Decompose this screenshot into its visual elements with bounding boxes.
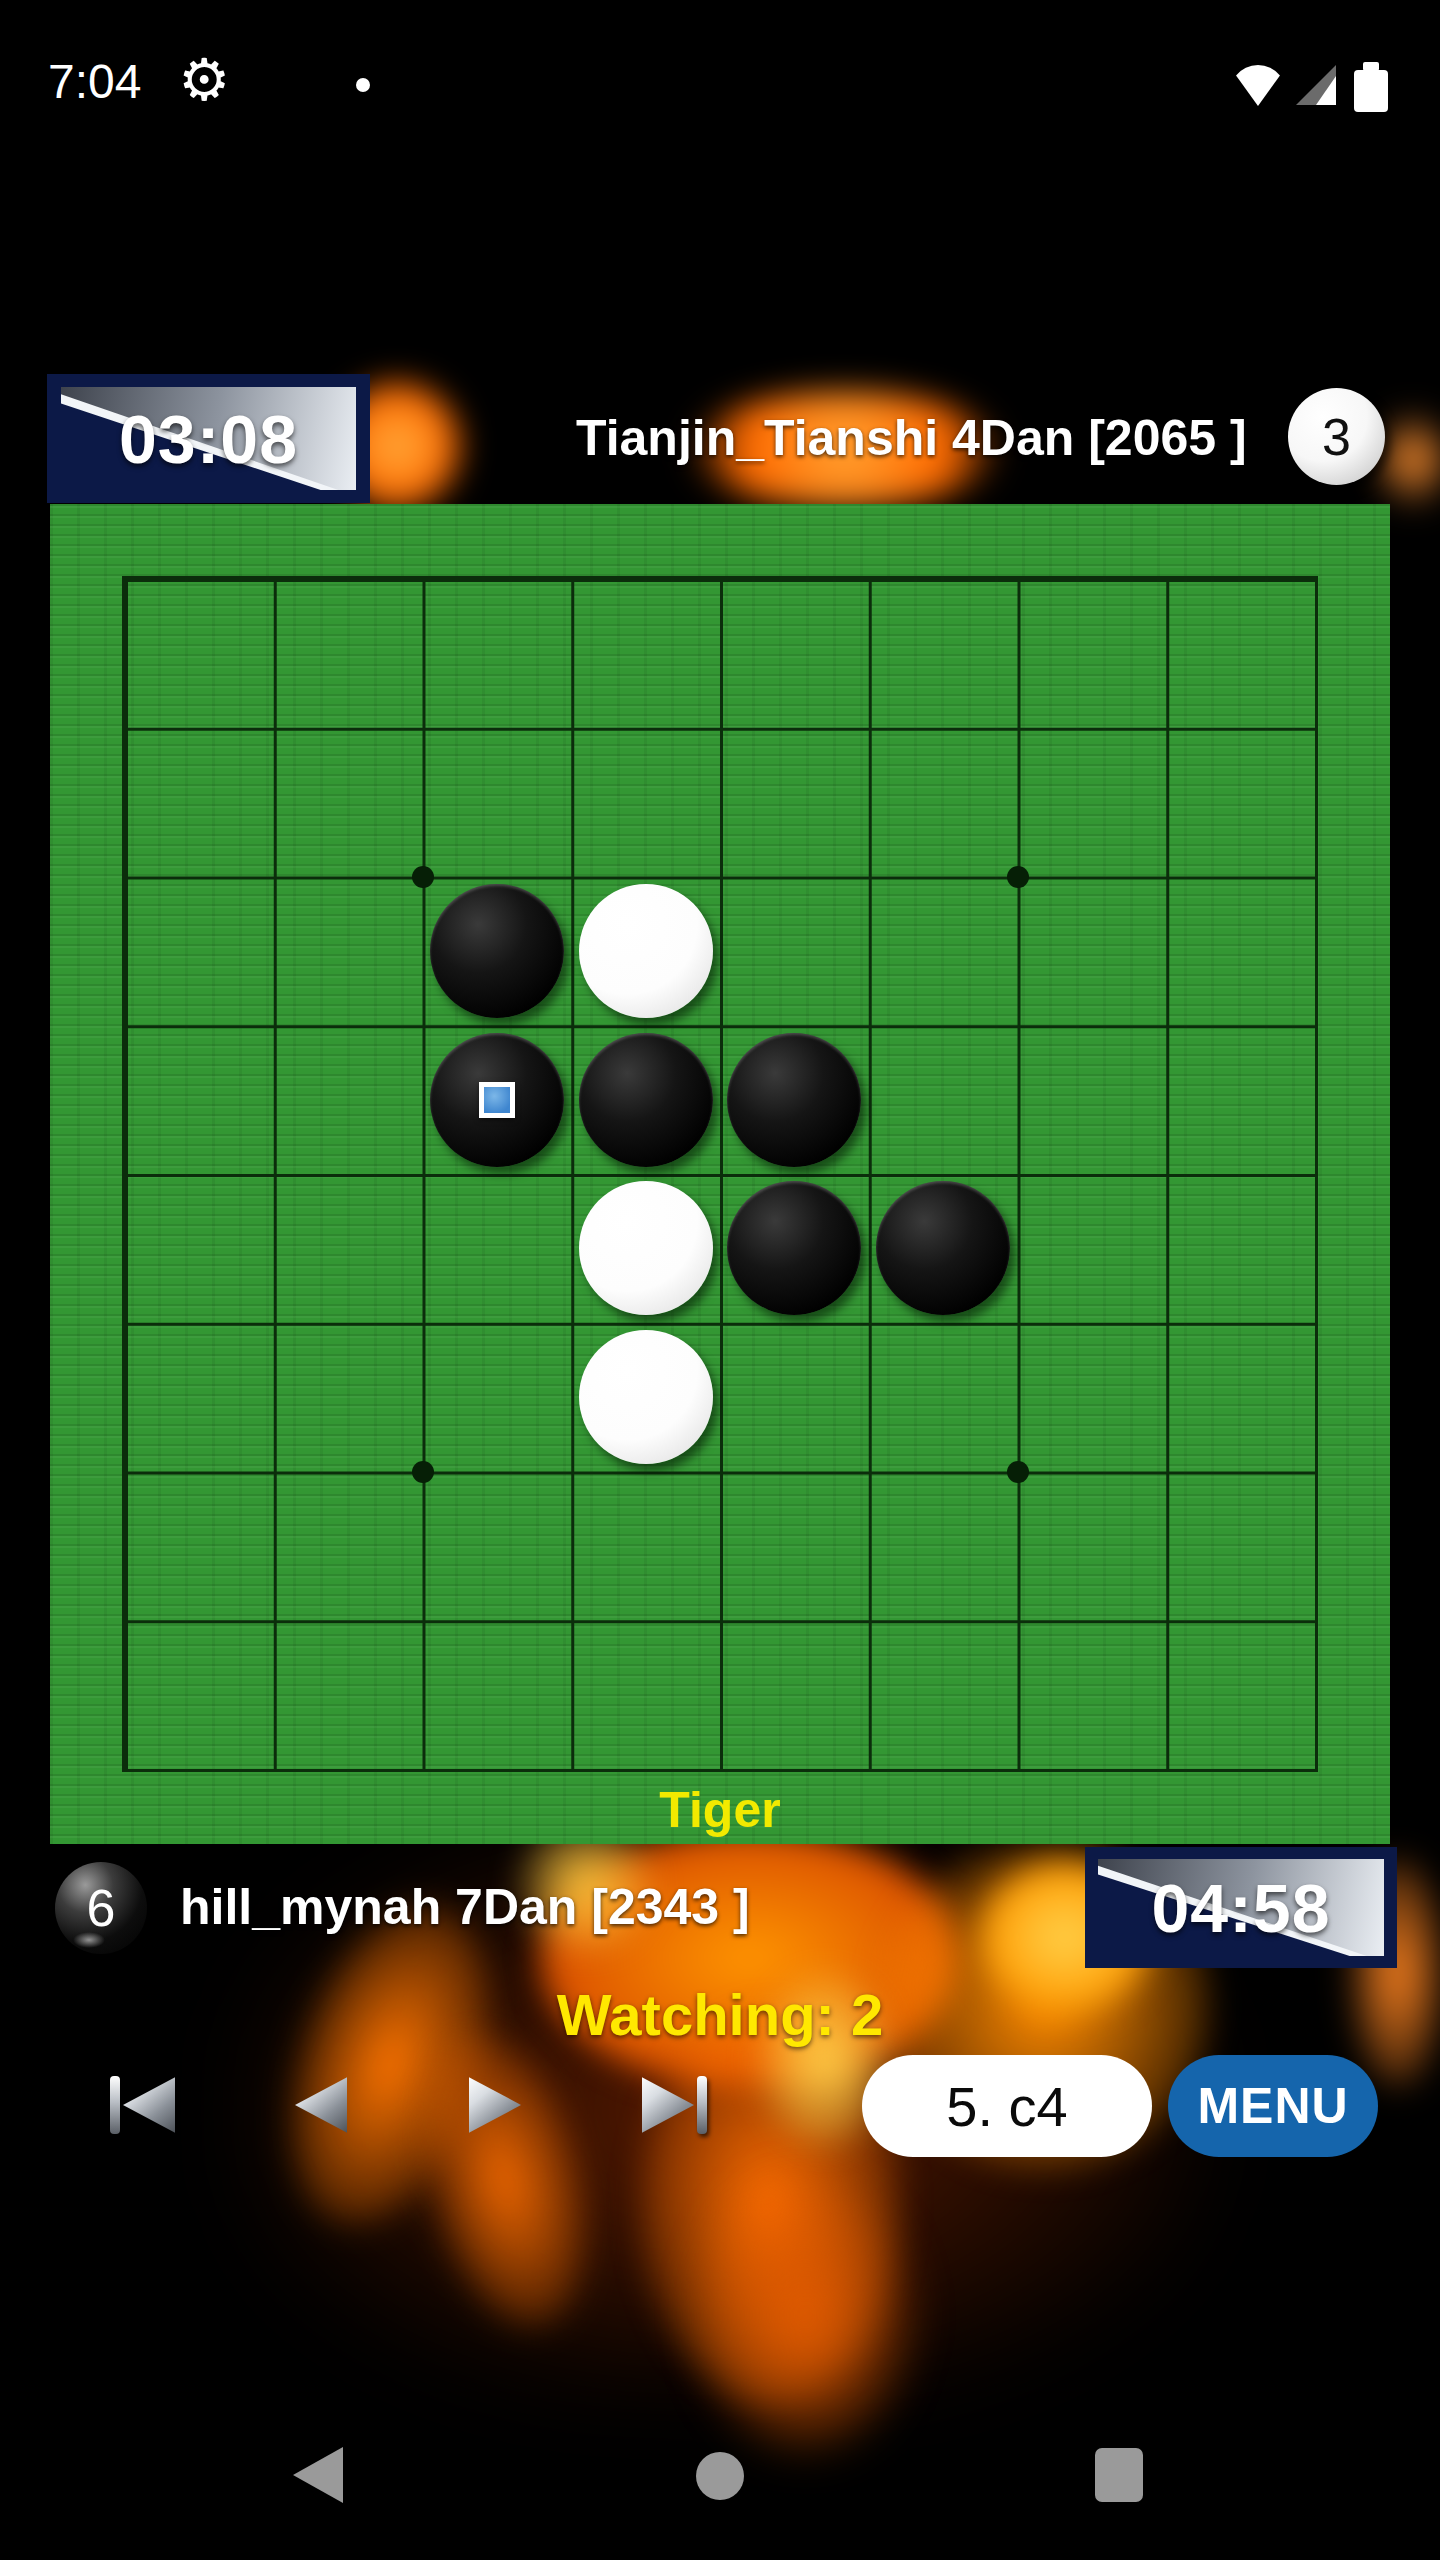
current-move-indicator[interactable]: 5. c4 [862, 2055, 1152, 2157]
disc-black-e5 [727, 1181, 861, 1315]
cell-a5[interactable] [125, 1174, 274, 1323]
cell-g8[interactable] [1018, 1620, 1167, 1769]
cell-h7[interactable] [1166, 1472, 1315, 1621]
othello-board: Tiger [50, 504, 1390, 1844]
top-clock-time: 03:08 [47, 374, 370, 503]
bottom-player-name: hill_mynah 7Dan [2343 ] [180, 1847, 750, 1968]
cell-a4[interactable] [125, 1025, 274, 1174]
cell-c6[interactable] [423, 1323, 572, 1472]
flame-blob [700, 2180, 910, 2450]
bottom-clock-time: 04:58 [1085, 1847, 1397, 1968]
cell-g5[interactable] [1018, 1174, 1167, 1323]
flame-blob [1378, 412, 1440, 507]
menu-button[interactable]: MENU [1168, 2055, 1378, 2157]
board-grid[interactable] [122, 576, 1318, 1772]
disc-black-f5 [876, 1181, 1010, 1315]
cell-c8[interactable] [423, 1620, 572, 1769]
black-disc-count-badge: 6 [55, 1862, 147, 1954]
cell-g3[interactable] [1018, 877, 1167, 1026]
cell-d1[interactable] [571, 579, 720, 728]
battery-icon-body [1354, 70, 1388, 112]
disc-black-d4 [579, 1033, 713, 1167]
skip-end-bar-icon [697, 2076, 707, 2134]
cell-a3[interactable] [125, 877, 274, 1026]
cell-a2[interactable] [125, 728, 274, 877]
cell-b7[interactable] [274, 1472, 423, 1621]
cell-b6[interactable] [274, 1323, 423, 1472]
arrow-right-icon [469, 2076, 521, 2134]
cell-g6[interactable] [1018, 1323, 1167, 1472]
cell-f3[interactable] [869, 877, 1018, 1026]
last-move-marker [479, 1082, 515, 1118]
cell-g2[interactable] [1018, 728, 1167, 877]
cell-h5[interactable] [1166, 1174, 1315, 1323]
arrow-left-icon [123, 2076, 175, 2134]
cell-c7[interactable] [423, 1472, 572, 1621]
cell-c2[interactable] [423, 728, 572, 877]
cell-d8[interactable] [571, 1620, 720, 1769]
disc-white-d3 [579, 884, 713, 1018]
cell-b2[interactable] [274, 728, 423, 877]
cell-f1[interactable] [869, 579, 1018, 728]
android-recents-icon[interactable] [1095, 2448, 1143, 2502]
cell-g1[interactable] [1018, 579, 1167, 728]
cell-a7[interactable] [125, 1472, 274, 1621]
bottom-player-clock: 04:58 [1085, 1847, 1397, 1968]
android-home-icon[interactable] [696, 2452, 744, 2500]
menu-button-label: MENU [1197, 2077, 1348, 2135]
cell-b4[interactable] [274, 1025, 423, 1174]
wifi-icon [1232, 62, 1284, 108]
cell-e3[interactable] [720, 877, 869, 1026]
cell-b1[interactable] [274, 579, 423, 728]
skip-start-bar-icon [110, 2076, 120, 2134]
watching-count: Watching: 2 [0, 1980, 1440, 2050]
app-screen: 7:04 ⚙ 03:08 Tianjin_Tianshi 4Dan [2065 … [0, 0, 1440, 2560]
cell-d2[interactable] [571, 728, 720, 877]
top-player-clock: 03:08 [47, 374, 370, 503]
cell-e8[interactable] [720, 1620, 869, 1769]
disc-white-d5 [579, 1181, 713, 1315]
cell-b3[interactable] [274, 877, 423, 1026]
cell-h6[interactable] [1166, 1323, 1315, 1472]
cell-c1[interactable] [423, 579, 572, 728]
disc-black-c3 [430, 884, 564, 1018]
cell-h4[interactable] [1166, 1025, 1315, 1174]
cell-a6[interactable] [125, 1323, 274, 1472]
top-player-name: Tianjin_Tianshi 4Dan [2065 ] [576, 374, 1247, 503]
disc-black-e4 [727, 1033, 861, 1167]
cell-d7[interactable] [571, 1472, 720, 1621]
current-move-label: 5. c4 [946, 2074, 1067, 2139]
cell-e1[interactable] [720, 579, 869, 728]
cell-e7[interactable] [720, 1472, 869, 1621]
next-move-button[interactable] [469, 2074, 521, 2136]
board-name-label: Tiger [50, 1780, 1390, 1840]
signal-icon [1292, 62, 1340, 108]
cell-g4[interactable] [1018, 1025, 1167, 1174]
cell-f4[interactable] [869, 1025, 1018, 1174]
disc-white-d6 [579, 1330, 713, 1464]
cell-f8[interactable] [869, 1620, 1018, 1769]
cell-f2[interactable] [869, 728, 1018, 877]
black-disc-count: 6 [87, 1878, 116, 1938]
cell-e2[interactable] [720, 728, 869, 877]
cell-b5[interactable] [274, 1174, 423, 1323]
cell-g7[interactable] [1018, 1472, 1167, 1621]
cell-c5[interactable] [423, 1174, 572, 1323]
cell-a8[interactable] [125, 1620, 274, 1769]
arrow-left-icon [295, 2076, 347, 2134]
cell-h8[interactable] [1166, 1620, 1315, 1769]
cell-f6[interactable] [869, 1323, 1018, 1472]
cell-h1[interactable] [1166, 579, 1315, 728]
gear-icon: ⚙ [178, 46, 230, 114]
cell-h3[interactable] [1166, 877, 1315, 1026]
cell-e6[interactable] [720, 1323, 869, 1472]
first-move-button[interactable] [110, 2074, 175, 2136]
last-move-button[interactable] [642, 2074, 707, 2136]
white-disc-count-badge: 3 [1288, 388, 1385, 485]
cell-h2[interactable] [1166, 728, 1315, 877]
notification-dot-icon [356, 78, 370, 92]
cell-b8[interactable] [274, 1620, 423, 1769]
status-time: 7:04 [48, 54, 141, 109]
previous-move-button[interactable] [295, 2074, 347, 2136]
cell-f7[interactable] [869, 1472, 1018, 1621]
white-disc-count: 3 [1322, 407, 1351, 467]
arrow-right-icon [642, 2076, 694, 2134]
cell-a1[interactable] [125, 579, 274, 728]
